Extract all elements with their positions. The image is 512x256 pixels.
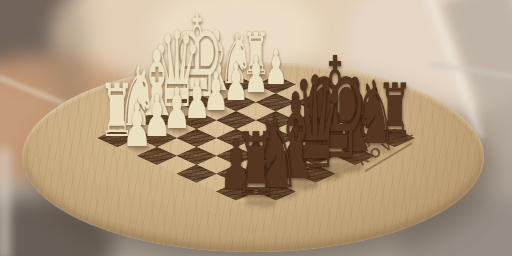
photo-scene: KOVAL ♜♞♝♛♚♝♞♜♟♟♟♟♟♟♟♟♟♟♟♟♟♟♟♟♜♞♝♛♚♝♞♜ (0, 0, 512, 256)
acrylic-edge-vertical (0, 148, 11, 256)
emblem-dash (355, 148, 361, 152)
